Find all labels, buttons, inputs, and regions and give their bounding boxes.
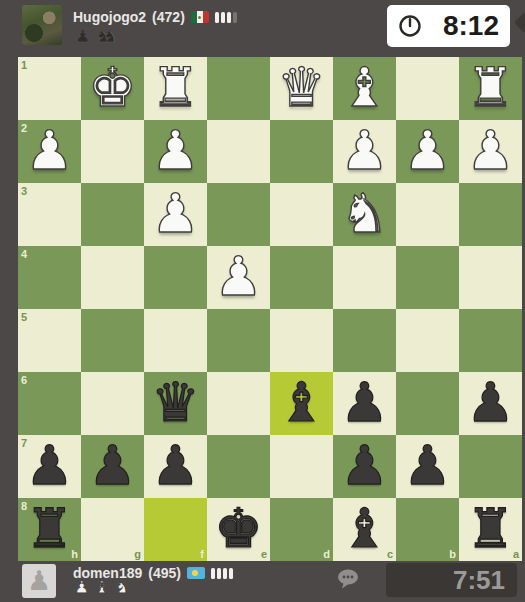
timer-icon bbox=[397, 13, 423, 39]
black-queen[interactable]: ♛ bbox=[144, 372, 207, 435]
bottom-player-rating: (495) bbox=[148, 565, 181, 581]
signal-bar bbox=[211, 568, 215, 579]
black-pawn[interactable]: ♟ bbox=[81, 435, 144, 498]
square-e1[interactable] bbox=[207, 57, 270, 120]
square-d4[interactable] bbox=[270, 246, 333, 309]
black-pawn[interactable]: ♟ bbox=[144, 435, 207, 498]
file-label: b bbox=[449, 548, 456, 560]
settings-gear-icon[interactable] bbox=[514, 12, 525, 33]
black-pawn[interactable]: ♟ bbox=[18, 435, 81, 498]
square-a3[interactable] bbox=[459, 183, 522, 246]
square-a5[interactable] bbox=[459, 309, 522, 372]
file-label: f bbox=[200, 548, 204, 560]
square-a6[interactable]: ♟ bbox=[459, 372, 522, 435]
top-player-name[interactable]: Hugojogo2 bbox=[73, 9, 146, 25]
square-b5[interactable] bbox=[396, 309, 459, 372]
bottom-player-clock: 7:51 bbox=[386, 563, 517, 597]
signal-bar bbox=[233, 12, 237, 23]
square-e4[interactable]: ♟ bbox=[207, 246, 270, 309]
connection-signal-icon bbox=[211, 568, 233, 579]
white-knight[interactable]: ♞ bbox=[333, 183, 396, 246]
white-pawn[interactable]: ♟ bbox=[207, 246, 270, 309]
square-c5[interactable] bbox=[333, 309, 396, 372]
file-label: g bbox=[134, 548, 141, 560]
square-c4[interactable] bbox=[333, 246, 396, 309]
square-e7[interactable] bbox=[207, 435, 270, 498]
square-e5[interactable] bbox=[207, 309, 270, 372]
black-pawn[interactable]: ♟ bbox=[333, 372, 396, 435]
rank-label: 6 bbox=[21, 374, 27, 386]
square-f2[interactable]: ♟ bbox=[144, 120, 207, 183]
square-b8[interactable]: b bbox=[396, 498, 459, 561]
black-pawn[interactable]: ♟ bbox=[459, 372, 522, 435]
captured-white-bishop-icon: ♝ bbox=[94, 578, 109, 597]
file-label: d bbox=[323, 548, 330, 560]
square-a7[interactable] bbox=[459, 435, 522, 498]
signal-bar bbox=[229, 568, 233, 579]
square-g1[interactable]: ♚ bbox=[81, 57, 144, 120]
square-c7[interactable]: ♟ bbox=[333, 435, 396, 498]
square-e6[interactable] bbox=[207, 372, 270, 435]
square-f4[interactable] bbox=[144, 246, 207, 309]
mexico-flag-icon bbox=[191, 11, 209, 23]
top-player-rating: (472) bbox=[152, 9, 185, 25]
black-bishop[interactable]: ♝ bbox=[270, 372, 333, 435]
file-label: a bbox=[513, 548, 519, 560]
square-b4[interactable] bbox=[396, 246, 459, 309]
captured-white-pawn-icon: ♟ bbox=[74, 578, 89, 597]
white-rook[interactable]: ♜ bbox=[144, 57, 207, 120]
square-f5[interactable] bbox=[144, 309, 207, 372]
black-pawn[interactable]: ♟ bbox=[396, 435, 459, 498]
chat-bubble-icon[interactable] bbox=[336, 569, 360, 593]
square-h5[interactable]: 5 bbox=[18, 309, 81, 372]
square-a2[interactable]: ♟ bbox=[459, 120, 522, 183]
square-h7[interactable]: ♟7 bbox=[18, 435, 81, 498]
square-c6[interactable]: ♟ bbox=[333, 372, 396, 435]
square-a1[interactable]: ♜ bbox=[459, 57, 522, 120]
white-queen[interactable]: ♛ bbox=[270, 57, 333, 120]
square-d2[interactable] bbox=[270, 120, 333, 183]
white-pawn[interactable]: ♟ bbox=[396, 120, 459, 183]
square-c2[interactable]: ♟ bbox=[333, 120, 396, 183]
square-f7[interactable]: ♟ bbox=[144, 435, 207, 498]
signal-bar bbox=[223, 568, 227, 579]
square-g4[interactable] bbox=[81, 246, 144, 309]
connection-signal-icon bbox=[215, 12, 237, 23]
bottom-player-bar: ♟ domen189 (495) ♟♝♞ 7:51 bbox=[0, 561, 525, 602]
square-e2[interactable] bbox=[207, 120, 270, 183]
signal-bar bbox=[221, 12, 225, 23]
square-d8[interactable]: d bbox=[270, 498, 333, 561]
square-b6[interactable] bbox=[396, 372, 459, 435]
signal-bar bbox=[227, 12, 231, 23]
square-b2[interactable]: ♟ bbox=[396, 120, 459, 183]
square-f3[interactable]: ♟ bbox=[144, 183, 207, 246]
rank-label: 8 bbox=[21, 500, 27, 512]
chess-board: 1♚♜♛♝♜♟2♟♟♟♟3♟♞4♟56♛♝♟♟♟7♟♟♟♟♜8hgf♚ed♝cb… bbox=[18, 57, 522, 561]
rank-label: 3 bbox=[21, 185, 27, 197]
rank-label: 7 bbox=[21, 437, 27, 449]
white-rook[interactable]: ♜ bbox=[459, 57, 522, 120]
square-d7[interactable] bbox=[270, 435, 333, 498]
square-e3[interactable] bbox=[207, 183, 270, 246]
square-c3[interactable]: ♞ bbox=[333, 183, 396, 246]
signal-bar bbox=[215, 12, 219, 23]
square-d1[interactable]: ♛ bbox=[270, 57, 333, 120]
top-player-avatar[interactable] bbox=[22, 5, 62, 45]
square-b3[interactable] bbox=[396, 183, 459, 246]
square-b1[interactable] bbox=[396, 57, 459, 120]
white-pawn[interactable]: ♟ bbox=[459, 120, 522, 183]
captured-pieces-bottom: ♟♝♞ bbox=[74, 578, 130, 597]
file-label: h bbox=[71, 548, 78, 560]
bottom-clock-time: 7:51 bbox=[453, 565, 505, 596]
square-f1[interactable]: ♜ bbox=[144, 57, 207, 120]
square-h2[interactable]: ♟2 bbox=[18, 120, 81, 183]
square-g8[interactable]: g bbox=[81, 498, 144, 561]
rank-label: 2 bbox=[21, 122, 27, 134]
top-player-bar: Hugojogo2 (472) ♟♞♞ 8:12 bbox=[0, 0, 525, 57]
white-pawn[interactable]: ♟ bbox=[333, 120, 396, 183]
square-f6[interactable]: ♛ bbox=[144, 372, 207, 435]
square-g3[interactable] bbox=[81, 183, 144, 246]
default-pawn-avatar-icon: ♟ bbox=[27, 564, 51, 598]
square-d3[interactable] bbox=[270, 183, 333, 246]
file-label: e bbox=[261, 548, 267, 560]
white-king[interactable]: ♚ bbox=[81, 57, 144, 120]
square-c1[interactable]: ♝ bbox=[333, 57, 396, 120]
square-h6[interactable]: 6 bbox=[18, 372, 81, 435]
white-pawn[interactable]: ♟ bbox=[144, 120, 207, 183]
square-d5[interactable] bbox=[270, 309, 333, 372]
captured-white-knight-icon: ♞ bbox=[115, 578, 130, 597]
captured-black-knight-icon: ♞ bbox=[103, 27, 118, 46]
white-pawn[interactable]: ♟ bbox=[144, 183, 207, 246]
square-h4[interactable]: 4 bbox=[18, 246, 81, 309]
captured-pieces-top: ♟♞♞ bbox=[75, 27, 118, 46]
square-f8[interactable]: f bbox=[144, 498, 207, 561]
square-g7[interactable]: ♟ bbox=[81, 435, 144, 498]
rank-label: 5 bbox=[21, 311, 27, 323]
bottom-player-avatar[interactable]: ♟ bbox=[22, 564, 56, 598]
white-pawn[interactable]: ♟ bbox=[18, 120, 81, 183]
square-a8[interactable]: ♜a bbox=[459, 498, 522, 561]
captured-black-pawn-icon: ♟ bbox=[75, 27, 90, 46]
white-bishop[interactable]: ♝ bbox=[333, 57, 396, 120]
square-h1[interactable]: 1 bbox=[18, 57, 81, 120]
square-g2[interactable] bbox=[81, 120, 144, 183]
square-h3[interactable]: 3 bbox=[18, 183, 81, 246]
black-pawn[interactable]: ♟ bbox=[333, 435, 396, 498]
square-g6[interactable] bbox=[81, 372, 144, 435]
kazakhstan-flag-icon bbox=[187, 567, 205, 579]
square-e8[interactable]: ♚e bbox=[207, 498, 270, 561]
square-a4[interactable] bbox=[459, 246, 522, 309]
square-c8[interactable]: ♝c bbox=[333, 498, 396, 561]
top-player-clock: 8:12 bbox=[387, 5, 510, 47]
square-d6[interactable]: ♝ bbox=[270, 372, 333, 435]
rank-label: 4 bbox=[21, 248, 27, 260]
file-label: c bbox=[387, 548, 393, 560]
signal-bar bbox=[217, 568, 221, 579]
square-g5[interactable] bbox=[81, 309, 144, 372]
rank-label: 1 bbox=[21, 59, 27, 71]
square-h8[interactable]: ♜8h bbox=[18, 498, 81, 561]
top-clock-time: 8:12 bbox=[443, 10, 499, 42]
square-b7[interactable]: ♟ bbox=[396, 435, 459, 498]
